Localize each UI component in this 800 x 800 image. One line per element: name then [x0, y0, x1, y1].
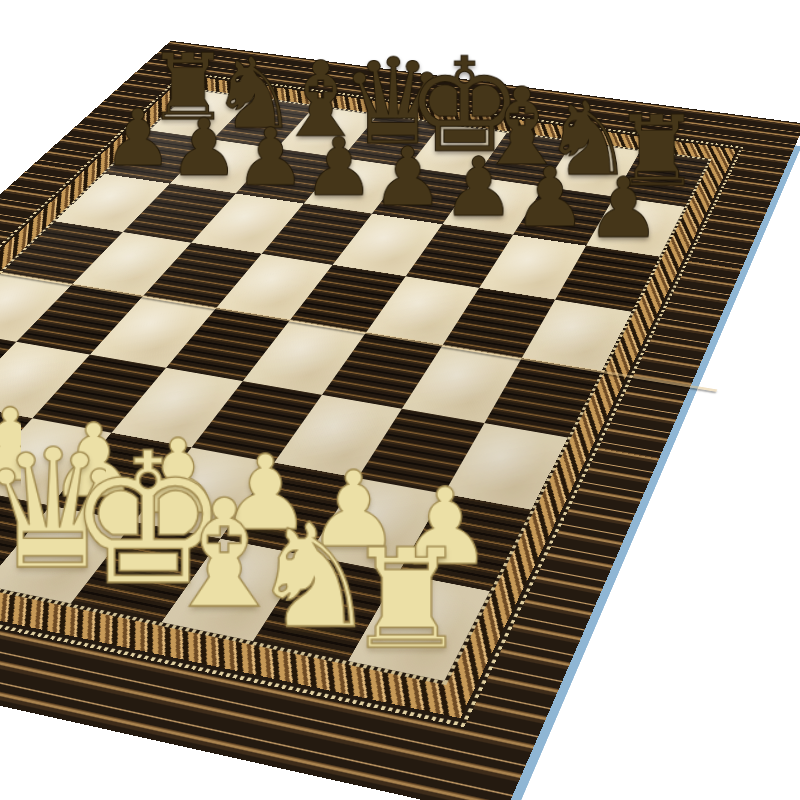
- piece-black-knight[interactable]: ♞: [210, 45, 281, 143]
- perspective-wrapper: ♜♞♝♛♚♝♞♜♟♟♟♟♟♟♟♟♟♟♟♟♟♟♟♟♜♞♝♛♚♝♞♜: [0, 0, 800, 800]
- piece-white-bishop[interactable]: ♝: [157, 481, 260, 630]
- square-f6[interactable]: [405, 224, 513, 287]
- piece-black-rook[interactable]: ♜: [147, 42, 217, 134]
- piece-black-rook[interactable]: ♜: [612, 103, 687, 201]
- square-a7[interactable]: ♟: [104, 130, 212, 183]
- square-g6[interactable]: [479, 235, 585, 300]
- square-g7[interactable]: ♟: [513, 186, 614, 245]
- piece-black-pawn[interactable]: ♟: [301, 127, 376, 207]
- square-b5[interactable]: [72, 232, 192, 296]
- square-b6[interactable]: [123, 184, 236, 243]
- piece-black-pawn[interactable]: ♟: [101, 100, 174, 178]
- piece-black-pawn[interactable]: ♟: [584, 167, 662, 250]
- piece-black-bishop[interactable]: ♝: [474, 74, 547, 181]
- square-a8[interactable]: ♜: [150, 90, 253, 139]
- square-f5[interactable]: [366, 276, 480, 345]
- square-h1[interactable]: ♜: [348, 573, 491, 681]
- square-e8[interactable]: ♚: [408, 124, 506, 177]
- square-g8[interactable]: ♞: [544, 142, 640, 197]
- piece-black-bishop[interactable]: ♝: [274, 48, 346, 152]
- square-d7[interactable]: ♟: [303, 158, 408, 214]
- piece-black-pawn[interactable]: ♟: [233, 118, 308, 198]
- square-d6[interactable]: [262, 204, 373, 265]
- square-f7[interactable]: ♟: [442, 177, 544, 235]
- pinstripe-outer: ♜♞♝♛♚♝♞♜♟♟♟♟♟♟♟♟♟♟♟♟♟♟♟♟♜♞♝♛♚♝♞♜: [0, 72, 743, 727]
- piece-black-king[interactable]: ♚: [406, 40, 479, 171]
- square-h5[interactable]: [521, 299, 632, 371]
- square-c8[interactable]: ♝: [277, 107, 378, 158]
- piece-black-queen[interactable]: ♛: [340, 42, 412, 161]
- square-f8[interactable]: ♝: [476, 133, 573, 187]
- square-h6[interactable]: [555, 246, 660, 312]
- chess-board: ♜♞♝♛♚♝♞♜♟♟♟♟♟♟♟♟♟♟♟♟♟♟♟♟♜♞♝♛♚♝♞♜: [0, 41, 800, 800]
- square-a6[interactable]: [55, 174, 169, 232]
- square-b8[interactable]: ♞: [213, 98, 315, 148]
- piece-black-pawn[interactable]: ♟: [511, 157, 588, 239]
- square-b7[interactable]: ♟: [170, 139, 277, 193]
- piece-black-pawn[interactable]: ♟: [440, 147, 517, 229]
- square-a5[interactable]: [2, 221, 123, 284]
- piece-white-rook[interactable]: ♜: [344, 531, 449, 669]
- square-e7[interactable]: ♟: [372, 167, 476, 224]
- piece-white-king[interactable]: ♚: [66, 429, 167, 611]
- square-c6[interactable]: [192, 193, 304, 253]
- piece-white-knight[interactable]: ♞: [249, 506, 353, 650]
- square-h7[interactable]: ♟: [586, 196, 685, 256]
- piece-black-pawn[interactable]: ♟: [167, 109, 241, 188]
- square-d8[interactable]: ♛: [342, 115, 442, 167]
- square-h8[interactable]: ♜: [614, 151, 708, 206]
- piece-black-knight[interactable]: ♞: [542, 88, 616, 190]
- square-d5[interactable]: [216, 253, 333, 320]
- square-e6[interactable]: [333, 214, 442, 276]
- product-photo-scene: ♜♞♝♛♚♝♞♜♟♟♟♟♟♟♟♟♟♟♟♟♟♟♟♟♜♞♝♛♚♝♞♜: [0, 0, 800, 800]
- square-c7[interactable]: ♟: [236, 148, 342, 203]
- square-c5[interactable]: [143, 242, 261, 307]
- piece-black-pawn[interactable]: ♟: [370, 137, 446, 218]
- decorative-zigzag-border: ♜♞♝♛♚♝♞♜♟♟♟♟♟♟♟♟♟♟♟♟♟♟♟♟♜♞♝♛♚♝♞♜: [0, 75, 737, 718]
